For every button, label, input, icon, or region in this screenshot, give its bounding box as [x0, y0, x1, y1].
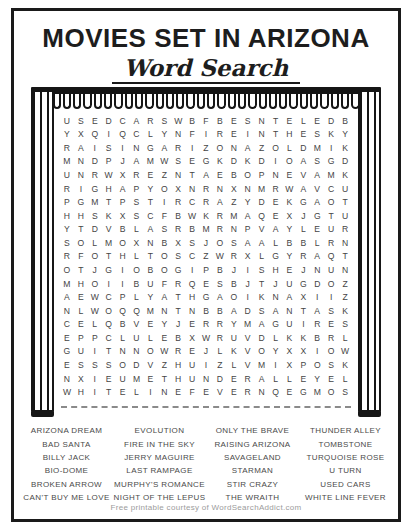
grid-cell-r8c15: Q [255, 209, 269, 223]
grid-cell-r7c6: S [130, 195, 144, 209]
grid-cell-r19c3: S [88, 358, 102, 372]
grid-cell-r9c6: L [130, 223, 144, 237]
grid-cell-r2c17: H [282, 128, 296, 142]
grid-cell-r21c6: L [130, 385, 144, 399]
valance-tooth [238, 94, 246, 109]
grid-cell-r14c17: A [282, 290, 296, 304]
grid-cell-r6c4: H [102, 182, 116, 196]
grid-cell-r10c11: J [199, 236, 213, 250]
valance-tooth [125, 94, 133, 109]
grid-cell-r1c11: F [199, 114, 213, 128]
grid-cell-r6c17: W [282, 182, 296, 196]
grid-cell-r4c4: P [102, 155, 116, 169]
grid-cell-r13c5: I [116, 277, 130, 291]
grid-cell-r2c4: I [102, 128, 116, 142]
grid-cell-r6c19: V [310, 182, 324, 196]
grid-cell-r12c3: J [88, 263, 102, 277]
grid-cell-r8c9: B [171, 209, 185, 223]
grid-cell-r1c6: A [130, 114, 144, 128]
grid-cell-r20c7: E [143, 372, 157, 386]
grid-cell-r7c2: G [74, 195, 88, 209]
grid-cell-r3c12: O [213, 141, 227, 155]
grid-cell-r15c14: D [241, 304, 255, 318]
curtain-stage: USEDCARSWBFBESNTELEDBYXQIQCLYNFIREINTHES… [31, 87, 381, 419]
grid-cell-r12c17: E [282, 263, 296, 277]
grid-cell-r12c4: G [102, 263, 116, 277]
grid-cell-r18c5: N [116, 345, 130, 359]
grid-cell-r3c1: R [60, 141, 74, 155]
grid-cell-r11c11: Z [199, 250, 213, 264]
valance-tooth [331, 94, 339, 109]
grid-cell-r20c21: L [338, 372, 352, 386]
word-list-item: BAD SANTA [20, 440, 113, 449]
grid-cell-r12c6: O [130, 263, 144, 277]
grid-cell-r10c8: B [157, 236, 171, 250]
grid-cell-r2c20: K [324, 128, 338, 142]
grid-cell-r4c3: D [88, 155, 102, 169]
grid-cell-r18c7: O [143, 345, 157, 359]
grid-cell-r8c13: M [227, 209, 241, 223]
grid-cell-r7c7: T [143, 195, 157, 209]
word-list-item: STIR CRAZY [206, 480, 299, 489]
grid-cell-r1c12: B [213, 114, 227, 128]
grid-cell-r17c4: C [102, 331, 116, 345]
grid-cell-r5c18: V [296, 168, 310, 182]
grid-cell-r1c4: D [102, 114, 116, 128]
grid-cell-r15c1: N [60, 304, 74, 318]
grid-cell-r19c6: D [130, 358, 144, 372]
grid-cell-r19c2: S [74, 358, 88, 372]
grid-cell-r3c2: A [74, 141, 88, 155]
grid-cell-r8c14: A [241, 209, 255, 223]
grid-cell-r14c5: P [116, 290, 130, 304]
grid-cell-r21c18: G [296, 385, 310, 399]
grid-cell-r12c1: O [60, 263, 74, 277]
grid-cell-r18c6: N [130, 345, 144, 359]
grid-cell-r11c8: O [157, 250, 171, 264]
grid-cell-r3c7: G [143, 141, 157, 155]
grid-cell-r19c18: P [296, 358, 310, 372]
grid-cell-r6c20: C [324, 182, 338, 196]
right-curtain-decoration [358, 92, 381, 412]
grid-cell-r21c10: F [185, 385, 199, 399]
grid-cell-r12c18: J [296, 263, 310, 277]
grid-cell-r2c16: T [269, 128, 283, 142]
grid-cell-r16c17: U [282, 318, 296, 332]
grid-cell-r2c11: I [199, 128, 213, 142]
grid-cell-r21c13: E [227, 385, 241, 399]
valance-tooth [207, 94, 215, 109]
grid-cell-r4c15: D [255, 155, 269, 169]
grid-cell-r17c19: B [310, 331, 324, 345]
grid-cell-r14c3: W [88, 290, 102, 304]
grid-cell-r18c21: W [338, 345, 352, 359]
grid-cell-r9c19: E [310, 223, 324, 237]
valance-tooth [176, 94, 184, 109]
grid-cell-r14c18: X [296, 290, 310, 304]
grid-cell-r9c1: Y [60, 223, 74, 237]
grid-cell-r5c1: U [60, 168, 74, 182]
grid-cell-r1c18: L [296, 114, 310, 128]
grid-cell-r21c15: N [255, 385, 269, 399]
grid-cell-r13c9: R [171, 277, 185, 291]
grid-cell-r13c11: E [199, 277, 213, 291]
grid-cell-r16c5: B [116, 318, 130, 332]
grid-cell-r7c1: P [60, 195, 74, 209]
grid-cell-r14c13: O [227, 290, 241, 304]
grid-cell-r10c17: B [282, 236, 296, 250]
grid-cell-r15c18: T [296, 304, 310, 318]
word-list-item: FIRE IN THE SKY [113, 440, 206, 449]
puzzle-title: MOVIES SET IN ARIZONA [14, 23, 398, 54]
curtain-rod-bar [31, 87, 381, 94]
grid-cell-r2c3: Q [88, 128, 102, 142]
grid-cell-r17c17: K [282, 331, 296, 345]
grid-cell-r3c14: A [241, 141, 255, 155]
grid-cell-r17c6: U [130, 331, 144, 345]
grid-cell-r6c13: X [227, 182, 241, 196]
grid-cell-r4c10: E [185, 155, 199, 169]
grid-cell-r6c6: P [130, 182, 144, 196]
grid-cell-r2c21: Y [338, 128, 352, 142]
grid-cell-r4c11: G [199, 155, 213, 169]
grid-cell-r17c7: L [143, 331, 157, 345]
grid-cell-r4c2: N [74, 155, 88, 169]
grid-cell-r6c11: R [199, 182, 213, 196]
grid-cell-r11c4: T [102, 250, 116, 264]
grid-cell-r20c17: L [282, 372, 296, 386]
grid-cell-r15c7: M [143, 304, 157, 318]
grid-cell-r18c11: J [199, 345, 213, 359]
grid-cell-r11c21: T [338, 250, 352, 264]
valance-tooth [279, 94, 287, 109]
grid-cell-r14c15: K [255, 290, 269, 304]
word-list: ARIZONA DREAMBAD SANTABILLY JACKBIO-DOME… [20, 424, 392, 504]
grid-cell-r5c15: P [255, 168, 269, 182]
grid-cell-r5c3: R [88, 168, 102, 182]
grid-cell-r5c16: N [269, 168, 283, 182]
grid-cell-r9c17: Y [282, 223, 296, 237]
grid-cell-r12c15: S [255, 263, 269, 277]
grid-cell-r7c12: A [213, 195, 227, 209]
grid-cell-r13c1: M [60, 277, 74, 291]
grid-cell-r19c16: I [269, 358, 283, 372]
grid-cell-r4c8: W [157, 155, 171, 169]
grid-cell-r1c20: D [324, 114, 338, 128]
grid-cell-r17c3: P [88, 331, 102, 345]
grid-cell-r14c1: A [60, 290, 74, 304]
word-list-item: WHITE LINE FEVER [299, 493, 392, 502]
grid-cell-r15c15: S [255, 304, 269, 318]
grid-cell-r18c9: R [171, 345, 185, 359]
grid-cell-r10c10: S [185, 236, 199, 250]
grid-cell-r7c18: G [296, 195, 310, 209]
grid-cell-r6c18: A [296, 182, 310, 196]
grid-cell-r6c16: R [269, 182, 283, 196]
grid-cell-r3c8: A [157, 141, 171, 155]
grid-cell-r20c1: N [60, 372, 74, 386]
word-list-item: MURPHY'S ROMANCE [113, 480, 206, 489]
grid-cell-r8c17: X [282, 209, 296, 223]
grid-cell-r19c4: S [102, 358, 116, 372]
grid-cell-r4c19: S [310, 155, 324, 169]
grid-cell-r19c12: Z [213, 358, 227, 372]
grid-cell-r8c16: E [269, 209, 283, 223]
grid-cell-r7c20: O [324, 195, 338, 209]
grid-cell-r3c20: I [324, 141, 338, 155]
grid-cell-r5c9: N [171, 168, 185, 182]
grid-cell-r19c11: I [199, 358, 213, 372]
grid-cell-r17c5: L [116, 331, 130, 345]
grid-cell-r9c9: R [171, 223, 185, 237]
grid-cell-r6c12: N [213, 182, 227, 196]
grid-cell-r16c18: I [296, 318, 310, 332]
grid-cell-r7c16: E [269, 195, 283, 209]
grid-cell-r20c6: M [130, 372, 144, 386]
grid-cell-r15c3: W [88, 304, 102, 318]
grid-cell-r12c7: B [143, 263, 157, 277]
grid-cell-r14c6: L [130, 290, 144, 304]
grid-cell-r9c18: L [296, 223, 310, 237]
grid-cell-r17c10: X [185, 331, 199, 345]
grid-cell-r17c13: U [227, 331, 241, 345]
grid-cell-r8c6: S [130, 209, 144, 223]
grid-cell-r18c13: K [227, 345, 241, 359]
grid-cell-r3c6: N [130, 141, 144, 155]
grid-cell-r21c7: I [143, 385, 157, 399]
grid-cell-r8c5: X [116, 209, 130, 223]
grid-cell-r7c14: Y [241, 195, 255, 209]
valance-tooth [73, 94, 81, 109]
grid-cell-r4c21: D [338, 155, 352, 169]
grid-cell-r11c20: Q [324, 250, 338, 264]
word-list-item: JERRY MAGUIRE [113, 453, 206, 462]
grid-cell-r15c17: N [282, 304, 296, 318]
grid-cell-r6c3: G [88, 182, 102, 196]
grid-cell-r9c12: R [213, 223, 227, 237]
grid-cell-r3c16: O [269, 141, 283, 155]
grid-cell-r10c13: S [227, 236, 241, 250]
grid-cell-r14c21: Z [338, 290, 352, 304]
grid-cell-r8c10: W [185, 209, 199, 223]
grid-cell-r4c1: M [60, 155, 74, 169]
grid-cell-r12c12: B [213, 263, 227, 277]
valance-tooth [83, 94, 91, 109]
grid-cell-r9c11: M [199, 223, 213, 237]
grid-cell-r3c19: M [310, 141, 324, 155]
grid-cell-r18c3: I [88, 345, 102, 359]
grid-cell-r20c8: T [157, 372, 171, 386]
grid-cell-r13c16: J [269, 277, 283, 291]
grid-cell-r13c18: G [296, 277, 310, 291]
word-list-item: RAISING ARIZONA [206, 440, 299, 449]
grid-cell-r16c11: R [199, 318, 213, 332]
grid-cell-r14c20: I [324, 290, 338, 304]
grid-cell-r10c19: L [310, 236, 324, 250]
grid-cell-r1c21: B [338, 114, 352, 128]
valance-tooth [217, 94, 225, 109]
grid-cell-r19c8: Z [157, 358, 171, 372]
grid-cell-r6c10: N [185, 182, 199, 196]
grid-cell-r13c15: T [255, 277, 269, 291]
grid-cell-r5c21: K [338, 168, 352, 182]
grid-cell-r15c9: T [171, 304, 185, 318]
grid-cell-r21c19: M [310, 385, 324, 399]
grid-cell-r2c19: S [310, 128, 324, 142]
grid-cell-r1c14: S [241, 114, 255, 128]
grid-cell-r1c13: E [227, 114, 241, 128]
grid-cell-r11c18: R [296, 250, 310, 264]
word-list-item: NIGHT OF THE LEPUS [113, 493, 206, 502]
grid-cell-r5c5: X [116, 168, 130, 182]
word-list-item: TOMBSTONE [299, 440, 392, 449]
grid-cell-r19c7: V [143, 358, 157, 372]
grid-cell-r16c20: E [324, 318, 338, 332]
grid-cell-r17c14: V [241, 331, 255, 345]
word-list-item: BROKEN ARROW [20, 480, 113, 489]
grid-cell-r8c2: H [74, 209, 88, 223]
grid-cell-r12c8: O [157, 263, 171, 277]
grid-cell-r14c19: I [310, 290, 324, 304]
grid-cell-r13c4: I [102, 277, 116, 291]
grid-cell-r14c8: A [157, 290, 171, 304]
grid-cell-r3c15: Z [255, 141, 269, 155]
grid-cell-r5c10: T [185, 168, 199, 182]
grid-cell-r13c8: F [157, 277, 171, 291]
grid-cell-r20c3: I [88, 372, 102, 386]
grid-cell-r9c10: B [185, 223, 199, 237]
grid-cell-r3c4: S [102, 141, 116, 155]
word-list-item: STARMAN [206, 466, 299, 475]
grid-cell-r18c17: X [282, 345, 296, 359]
grid-cell-r10c18: B [296, 236, 310, 250]
grid-cell-r9c7: A [143, 223, 157, 237]
grid-cell-r21c12: V [213, 385, 227, 399]
grid-cell-r17c9: B [171, 331, 185, 345]
word-list-item: BIO-DOME [20, 466, 113, 475]
grid-cell-r1c15: N [255, 114, 269, 128]
valance-tooth [320, 94, 328, 109]
grid-cell-r2c14: I [241, 128, 255, 142]
puzzle-page: MOVIES SET IN ARIZONA Word Search USEDCA… [11, 8, 401, 522]
grid-cell-r12c2: T [74, 263, 88, 277]
grid-cell-r12c11: P [199, 263, 213, 277]
grid-cell-r16c8: Y [157, 318, 171, 332]
grid-cell-r21c14: R [241, 385, 255, 399]
word-list-item: EVOLUTION [113, 426, 206, 435]
grid-cell-r19c1: E [60, 358, 74, 372]
grid-cell-r3c17: L [282, 141, 296, 155]
grid-cell-r20c14: R [241, 372, 255, 386]
grid-cell-r1c9: W [171, 114, 185, 128]
grid-cell-r10c5: O [116, 236, 130, 250]
grid-cell-r5c14: O [241, 168, 255, 182]
grid-cell-r1c16: T [269, 114, 283, 128]
grid-cell-r2c9: N [171, 128, 185, 142]
grid-cell-r13c10: Q [185, 277, 199, 291]
grid-cell-r5c12: E [213, 168, 227, 182]
grid-cell-r15c20: S [324, 304, 338, 318]
grid-cell-r7c11: R [199, 195, 213, 209]
grid-cell-r16c4: Q [102, 318, 116, 332]
grid-cell-r10c3: L [88, 236, 102, 250]
grid-cell-r1c19: E [310, 114, 324, 128]
grid-cell-r8c18: J [296, 209, 310, 223]
grid-cell-r9c3: D [88, 223, 102, 237]
grid-bottom-dashed-line [61, 406, 351, 408]
valance-tooth [104, 94, 112, 109]
grid-cell-r8c11: K [199, 209, 213, 223]
word-list-item: CAN'T BUY ME LOVE [20, 493, 113, 502]
valance-tooth [135, 94, 143, 109]
grid-cell-r7c15: D [255, 195, 269, 209]
grid-cell-r21c5: E [116, 385, 130, 399]
grid-cell-r13c21: Z [338, 277, 352, 291]
grid-cell-r15c4: O [102, 304, 116, 318]
word-search-grid: USEDCARSWBFBESNTELEDBYXQIQCLYNFIREINTHES… [60, 114, 352, 399]
grid-cell-r13c17: U [282, 277, 296, 291]
grid-cell-r18c2: U [74, 345, 88, 359]
grid-cell-r7c4: T [102, 195, 116, 209]
grid-cell-r11c16: G [269, 250, 283, 264]
grid-cell-r20c9: H [171, 372, 185, 386]
grid-cell-r6c15: M [255, 182, 269, 196]
grid-cell-r5c17: E [282, 168, 296, 182]
grid-cell-r16c16: G [269, 318, 283, 332]
grid-cell-r1c1: U [60, 114, 74, 128]
grid-cell-r1c5: C [116, 114, 130, 128]
grid-cell-r2c10: F [185, 128, 199, 142]
grid-cell-r19c14: V [241, 358, 255, 372]
grid-cell-r7c17: K [282, 195, 296, 209]
grid-cell-r1c10: B [185, 114, 199, 128]
grid-cell-r2c6: C [130, 128, 144, 142]
grid-cell-r4c20: G [324, 155, 338, 169]
grid-cell-r16c2: E [74, 318, 88, 332]
grid-cell-r1c8: S [157, 114, 171, 128]
grid-cell-r10c14: A [241, 236, 255, 250]
grid-cell-r18c16: Y [269, 345, 283, 359]
grid-cell-r12c9: G [171, 263, 185, 277]
grid-cell-r16c19: R [310, 318, 324, 332]
grid-cell-r19c17: X [282, 358, 296, 372]
grid-cell-r5c6: R [130, 168, 144, 182]
puzzle-subtitle-wrap: Word Search [14, 55, 398, 84]
grid-cell-r16c21: S [338, 318, 352, 332]
grid-cell-r13c12: S [213, 277, 227, 291]
grid-cell-r19c13: L [227, 358, 241, 372]
grid-cell-r8c4: K [102, 209, 116, 223]
valance-tooth [156, 94, 164, 109]
grid-cell-r16c7: E [143, 318, 157, 332]
word-list-item: LAST RAMPAGE [113, 466, 206, 475]
grid-cell-r18c14: V [241, 345, 255, 359]
grid-cell-r6c7: Y [143, 182, 157, 196]
grid-cell-r4c16: I [269, 155, 283, 169]
grid-cell-r12c13: J [227, 263, 241, 277]
grid-cell-r6c8: O [157, 182, 171, 196]
valance-tooth [166, 94, 174, 109]
grid-cell-r14c10: H [185, 290, 199, 304]
grid-cell-r5c2: N [74, 168, 88, 182]
grid-cell-r8c1: H [60, 209, 74, 223]
grid-cell-r21c9: E [171, 385, 185, 399]
valance-tooth [94, 94, 102, 109]
grid-cell-r4c9: S [171, 155, 185, 169]
word-list-item: USED CARS [299, 480, 392, 489]
puzzle-subtitle: Word Search [112, 55, 301, 84]
grid-cell-r8c19: G [310, 209, 324, 223]
